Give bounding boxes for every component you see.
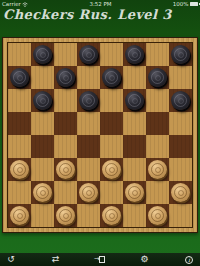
square-a7[interactable] xyxy=(8,66,31,89)
square-c4 xyxy=(54,135,77,158)
square-d3 xyxy=(77,158,100,181)
board-grid xyxy=(8,43,192,227)
square-b8[interactable] xyxy=(31,43,54,66)
white-man-d2[interactable] xyxy=(79,183,98,202)
black-man-b8[interactable] xyxy=(33,45,52,64)
square-d2[interactable] xyxy=(77,181,100,204)
square-h7 xyxy=(169,66,192,89)
square-b3 xyxy=(31,158,54,181)
settings-button[interactable]: ⚙ xyxy=(139,254,151,266)
undo-icon: ↺ xyxy=(7,255,15,264)
square-c1[interactable] xyxy=(54,204,77,227)
black-man-e7[interactable] xyxy=(102,68,121,87)
black-man-b6[interactable] xyxy=(33,91,52,110)
square-e4 xyxy=(100,135,123,158)
black-man-h8[interactable] xyxy=(171,45,190,64)
info-button[interactable]: i xyxy=(183,254,195,266)
square-b4[interactable] xyxy=(31,135,54,158)
white-man-e3[interactable] xyxy=(102,160,121,179)
white-man-c1[interactable] xyxy=(56,206,75,225)
square-b2[interactable] xyxy=(31,181,54,204)
square-d5 xyxy=(77,112,100,135)
square-e2 xyxy=(100,181,123,204)
square-a1[interactable] xyxy=(8,204,31,227)
square-f7 xyxy=(123,66,146,89)
square-a8 xyxy=(8,43,31,66)
square-c7[interactable] xyxy=(54,66,77,89)
app-screen: Carrier 3:52 PM 100% Checkers Rus. Level… xyxy=(0,0,200,266)
white-man-e1[interactable] xyxy=(102,206,121,225)
white-man-a3[interactable] xyxy=(10,160,29,179)
black-man-h6[interactable] xyxy=(171,91,190,110)
square-h6[interactable] xyxy=(169,89,192,112)
square-g8 xyxy=(146,43,169,66)
square-g6 xyxy=(146,89,169,112)
square-a3[interactable] xyxy=(8,158,31,181)
square-g3[interactable] xyxy=(146,158,169,181)
square-c6 xyxy=(54,89,77,112)
square-f4[interactable] xyxy=(123,135,146,158)
black-man-g7[interactable] xyxy=(148,68,167,87)
black-man-a7[interactable] xyxy=(10,68,29,87)
square-f6[interactable] xyxy=(123,89,146,112)
square-c5[interactable] xyxy=(54,112,77,135)
square-d1 xyxy=(77,204,100,227)
square-h4[interactable] xyxy=(169,135,192,158)
square-g4 xyxy=(146,135,169,158)
white-man-a1[interactable] xyxy=(10,206,29,225)
exit-box xyxy=(99,256,105,263)
white-man-c3[interactable] xyxy=(56,160,75,179)
black-man-d6[interactable] xyxy=(79,91,98,110)
square-e8 xyxy=(100,43,123,66)
square-a6 xyxy=(8,89,31,112)
exit-button[interactable]: → xyxy=(94,254,106,266)
square-c3[interactable] xyxy=(54,158,77,181)
square-c8 xyxy=(54,43,77,66)
square-g7[interactable] xyxy=(146,66,169,89)
undo-button[interactable]: ↺ xyxy=(5,254,17,266)
square-d7 xyxy=(77,66,100,89)
black-man-c7[interactable] xyxy=(56,68,75,87)
black-man-d8[interactable] xyxy=(79,45,98,64)
square-g2 xyxy=(146,181,169,204)
square-b1 xyxy=(31,204,54,227)
square-b5 xyxy=(31,112,54,135)
square-d6[interactable] xyxy=(77,89,100,112)
square-e3[interactable] xyxy=(100,158,123,181)
square-e1[interactable] xyxy=(100,204,123,227)
swap-sides-icon: ⇄ xyxy=(52,255,60,264)
settings-icon: ⚙ xyxy=(140,255,148,264)
black-man-f8[interactable] xyxy=(125,45,144,64)
square-f8[interactable] xyxy=(123,43,146,66)
white-man-g3[interactable] xyxy=(148,160,167,179)
square-f3 xyxy=(123,158,146,181)
square-c2 xyxy=(54,181,77,204)
square-f2[interactable] xyxy=(123,181,146,204)
square-e5[interactable] xyxy=(100,112,123,135)
page-title: Checkers Rus. Level 3 xyxy=(3,7,197,22)
square-a5[interactable] xyxy=(8,112,31,135)
exit-icon: → xyxy=(95,255,105,264)
square-h5 xyxy=(169,112,192,135)
square-a2 xyxy=(8,181,31,204)
square-d4[interactable] xyxy=(77,135,100,158)
white-man-g1[interactable] xyxy=(148,206,167,225)
square-h1 xyxy=(169,204,192,227)
black-man-f6[interactable] xyxy=(125,91,144,110)
square-h3 xyxy=(169,158,192,181)
white-man-f2[interactable] xyxy=(125,183,144,202)
info-icon: i xyxy=(185,256,193,264)
white-man-b2[interactable] xyxy=(33,183,52,202)
square-b7 xyxy=(31,66,54,89)
swap-sides-button[interactable]: ⇄ xyxy=(50,254,62,266)
square-b6[interactable] xyxy=(31,89,54,112)
square-g5[interactable] xyxy=(146,112,169,135)
white-man-h2[interactable] xyxy=(171,183,190,202)
square-d8[interactable] xyxy=(77,43,100,66)
square-f5 xyxy=(123,112,146,135)
square-e6 xyxy=(100,89,123,112)
square-e7[interactable] xyxy=(100,66,123,89)
checkers-board[interactable] xyxy=(2,37,198,233)
wifi-icon xyxy=(22,2,28,7)
square-a4 xyxy=(8,135,31,158)
bottom-toolbar: ↺ ⇄ → ⚙ i xyxy=(0,253,200,266)
square-h8[interactable] xyxy=(169,43,192,66)
square-f1 xyxy=(123,204,146,227)
square-g1[interactable] xyxy=(146,204,169,227)
square-h2[interactable] xyxy=(169,181,192,204)
battery-icon xyxy=(190,2,198,6)
